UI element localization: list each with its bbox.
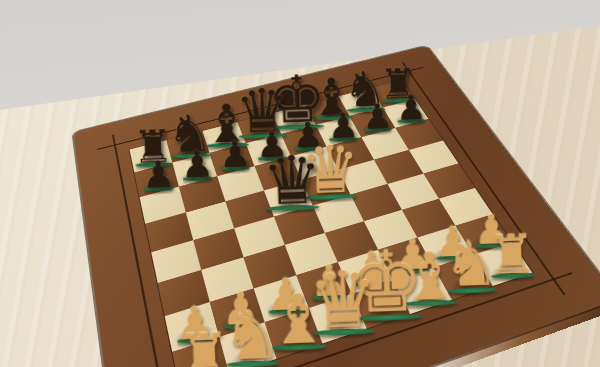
square-b6[interactable] [179,176,225,212]
board-field: ♜♞♝♛♚♝♞♜♟♟♟♟♟♟♟♟♛♛♟♟♟♟♟♟♟♟♜♞♝♛♚♝♞♜ [130,80,533,367]
square-a1[interactable]: ♜ [172,337,229,367]
perspective-camera: ♜♞♝♛♚♝♞♜♟♟♟♟♟♟♟♟♛♛♟♟♟♟♟♟♟♟♜♞♝♛♚♝♞♜ [0,0,600,367]
piece-black-pawn[interactable]: ♟ [134,157,183,192]
chess-set-photo: ♜♞♝♛♚♝♞♜♟♟♟♟♟♟♟♟♛♛♟♟♟♟♟♟♟♟♜♞♝♛♚♝♞♜ [0,0,600,367]
piece-black-queen[interactable]: ♛ [248,149,336,212]
piece-white-rook[interactable]: ♜ [165,328,243,367]
chess-board: ♜♞♝♛♚♝♞♜♟♟♟♟♟♟♟♟♛♛♟♟♟♟♟♟♟♟♜♞♝♛♚♝♞♜ [73,46,600,367]
